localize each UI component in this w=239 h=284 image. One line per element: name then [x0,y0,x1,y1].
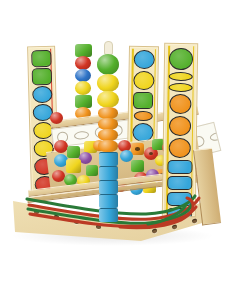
rod-bead-blue-cylinder [99,194,118,208]
rod-bead-blue-cylinder [99,166,118,180]
rod-bead-yellow-oval [97,91,119,109]
rod-bead-green-sphere [97,54,119,75]
rod-bead-cream-tip [104,41,113,55]
laces [0,0,239,284]
rod-bead-blue-cylinder [99,152,118,166]
rod-bead-orange-barrel [98,140,118,152]
rod-bead-yellow-oval [97,74,119,92]
rod-bead-blue-cylinder [99,180,118,194]
center-bead-rod [97,41,119,222]
product-photo [0,0,239,284]
rod-bead-blue-cylinder [99,208,118,222]
